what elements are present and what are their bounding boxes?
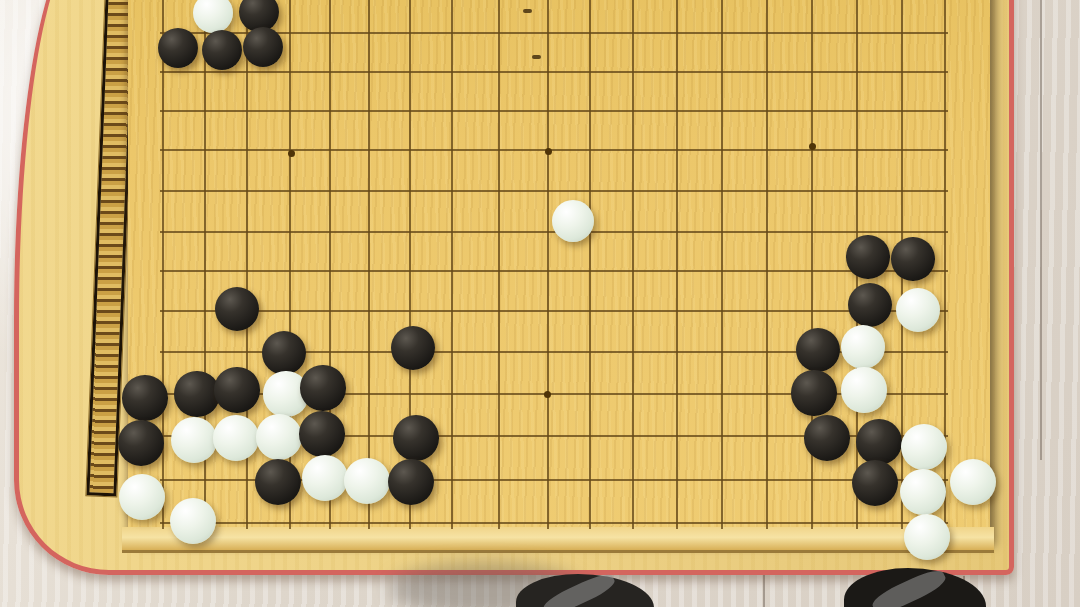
grid-line-horizontal-13 xyxy=(160,270,948,272)
board-bottom-edge xyxy=(122,527,994,553)
stone-black-c4-r18 xyxy=(255,459,301,505)
stone-black-c17-r18 xyxy=(852,460,898,506)
stone-white-c1-r18 xyxy=(119,474,165,520)
grid-line-vertical-6 xyxy=(368,0,370,529)
object-highlight xyxy=(540,570,617,607)
go-photo-scene xyxy=(0,0,1080,607)
stone-black-c1-r17 xyxy=(118,420,164,466)
grid-line-horizontal-8 xyxy=(160,71,948,73)
stone-white-c3-r17 xyxy=(213,415,259,461)
stone-white-c19-r18 xyxy=(950,459,996,505)
stone-white-c17-r15 xyxy=(841,325,886,370)
grid-line-vertical-13 xyxy=(676,0,678,529)
board-speck xyxy=(523,9,532,13)
stone-white-c17-r16 xyxy=(841,367,886,412)
grid-line-vertical-11 xyxy=(589,0,591,529)
stone-white-c4-r17 xyxy=(256,414,302,460)
stone-black-c1-r16 xyxy=(122,375,167,420)
star-point xyxy=(809,143,816,150)
stone-white-c18-r17 xyxy=(901,424,947,470)
floor-plank-seam xyxy=(1040,0,1042,460)
stone-black-c16-r17 xyxy=(804,415,850,461)
stone-black-c17-r13 xyxy=(846,235,889,278)
grid-line-vertical-9 xyxy=(498,0,500,529)
stone-black-c3-r16 xyxy=(214,367,259,412)
stone-white-c18-r18 xyxy=(900,469,946,515)
grid-line-vertical-14 xyxy=(721,0,723,529)
grid-line-horizontal-11 xyxy=(160,190,948,192)
grid-line-vertical-10 xyxy=(547,0,549,529)
stone-black-c17-r17 xyxy=(856,419,902,465)
star-point xyxy=(545,148,552,155)
board-speck xyxy=(532,55,541,59)
stone-white-c2-r17 xyxy=(171,417,217,463)
grid-line-horizontal-9 xyxy=(160,110,948,112)
star-point xyxy=(544,391,551,398)
stone-white-c5-r18 xyxy=(302,455,348,501)
stone-black-c16-r16 xyxy=(791,370,836,415)
stone-black-c7-r18 xyxy=(388,459,434,505)
grid-line-horizontal-14 xyxy=(160,310,948,312)
stone-black-c5-r17 xyxy=(299,411,345,457)
stone-black-c7-r17 xyxy=(393,415,439,461)
stone-black-c17-r14 xyxy=(848,283,892,327)
stone-black-c18-r13 xyxy=(891,237,934,280)
floor-plank-seam xyxy=(763,572,765,607)
stone-black-c5-r16 xyxy=(300,365,345,410)
grid-line-vertical-8 xyxy=(451,0,453,529)
stone-black-c2-r16 xyxy=(174,371,219,416)
grid-line-vertical-12 xyxy=(632,0,634,529)
star-point xyxy=(288,150,295,157)
object-highlight xyxy=(869,565,949,607)
stone-white-c6-r18 xyxy=(344,458,390,504)
grid-line-horizontal-19 xyxy=(160,522,948,524)
stone-white-c18-r14 xyxy=(896,288,940,332)
stone-black-c3-r14 xyxy=(215,287,259,331)
grid-line-vertical-15 xyxy=(766,0,768,529)
grid-line-horizontal-10 xyxy=(160,149,948,151)
